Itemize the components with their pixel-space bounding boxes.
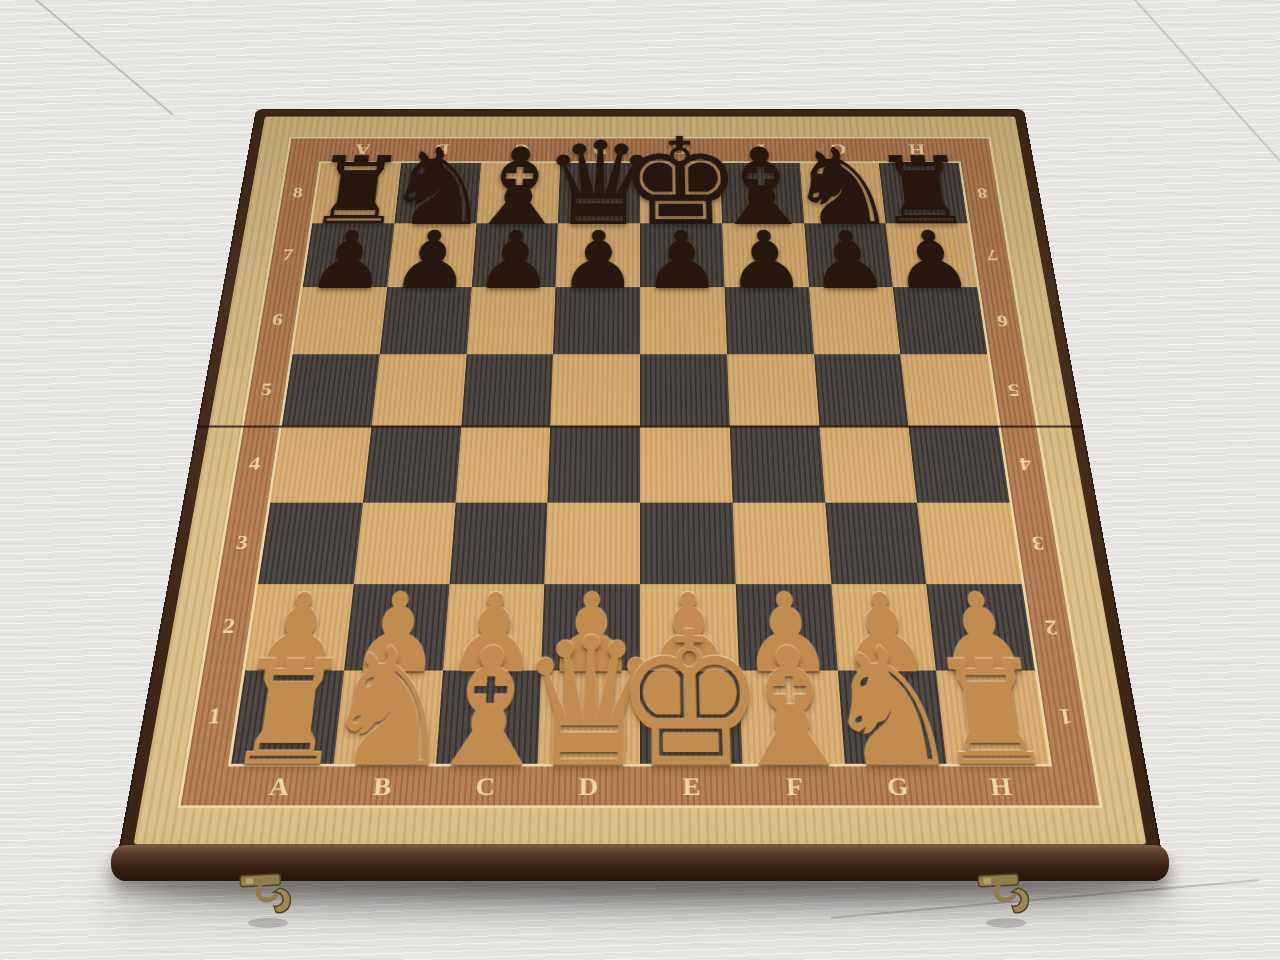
square-a7[interactable]: ♟ (303, 223, 394, 287)
square-g5[interactable] (814, 354, 909, 426)
black-pawn[interactable]: ♟ (724, 220, 807, 300)
chess-box: ♜♞♝♛♚♝♞♜♟♟♟♟♟♟♟♟♟♟♟♟♟♟♟♟♜♞♝♛♚♝♞♜ A B C D… (117, 109, 1163, 858)
square-a5[interactable] (282, 354, 380, 426)
square-h7[interactable]: ♟ (886, 223, 977, 287)
square-f7[interactable]: ♟ (722, 223, 809, 287)
black-pawn[interactable]: ♟ (558, 220, 638, 300)
square-h5[interactable] (901, 354, 999, 426)
square-c5[interactable] (461, 354, 553, 426)
black-pawn[interactable]: ♟ (473, 220, 556, 300)
black-pawn[interactable]: ♟ (888, 220, 977, 300)
brass-clasp-icon[interactable] (236, 872, 306, 930)
table-scratch (1131, 0, 1280, 227)
square-g7[interactable]: ♟ (804, 223, 893, 287)
board-squares: ♜♞♝♛♚♝♞♜♟♟♟♟♟♟♟♟♟♟♟♟♟♟♟♟♜♞♝♛♚♝♞♜ (228, 161, 1052, 766)
square-e4[interactable] (640, 426, 732, 502)
black-pawn[interactable]: ♟ (303, 220, 392, 300)
table-surface: ♜♞♝♛♚♝♞♜♟♟♟♟♟♟♟♟♟♟♟♟♟♟♟♟♜♞♝♛♚♝♞♜ A B C D… (0, 0, 1280, 960)
square-f4[interactable] (730, 426, 825, 502)
black-pawn[interactable]: ♟ (388, 220, 474, 300)
square-d4[interactable] (548, 426, 640, 502)
table-scratch (0, 0, 174, 116)
white-rook[interactable]: ♜ (924, 643, 1061, 788)
square-b7[interactable]: ♟ (387, 223, 476, 287)
square-h1[interactable]: ♜ (936, 671, 1049, 764)
square-e5[interactable] (640, 354, 730, 426)
square-a4[interactable] (270, 426, 371, 502)
square-g4[interactable] (819, 426, 917, 502)
clasp-shape (236, 872, 306, 930)
square-d5[interactable] (550, 354, 640, 426)
square-d7[interactable]: ♟ (556, 223, 640, 287)
square-e7[interactable]: ♟ (640, 223, 724, 287)
clasp-shape (974, 872, 1044, 930)
black-pawn[interactable]: ♟ (642, 220, 722, 300)
square-h4[interactable] (909, 426, 1010, 502)
fold-seam (197, 425, 1083, 427)
square-c7[interactable]: ♟ (471, 223, 558, 287)
square-b4[interactable] (363, 426, 461, 502)
black-pawn[interactable]: ♟ (806, 220, 892, 300)
square-c4[interactable] (455, 426, 550, 502)
square-f5[interactable] (727, 354, 819, 426)
square-b5[interactable] (371, 354, 466, 426)
brass-clasp-icon[interactable] (974, 872, 1044, 930)
